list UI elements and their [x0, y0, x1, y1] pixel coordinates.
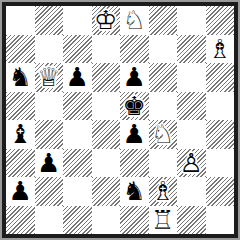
square-b4[interactable] [35, 120, 64, 149]
square-b2[interactable] [35, 177, 64, 206]
piece-black-knight[interactable]: ♞ [9, 63, 32, 91]
square-b8[interactable] [35, 6, 64, 35]
square-c4[interactable] [63, 120, 92, 149]
piece-black-pawn[interactable]: ♟ [123, 120, 146, 148]
square-d2[interactable] [92, 177, 121, 206]
square-h2[interactable] [206, 177, 235, 206]
square-h3[interactable] [206, 149, 235, 178]
piece-black-bishop[interactable]: ♝ [9, 120, 32, 148]
square-e4[interactable]: ♟ [120, 120, 149, 149]
square-e2[interactable]: ♞ [120, 177, 149, 206]
square-a8[interactable] [6, 6, 35, 35]
square-h8[interactable] [206, 6, 235, 35]
square-e8[interactable]: ♘ [120, 6, 149, 35]
piece-white-pawn[interactable]: ♙ [180, 149, 203, 177]
square-e1[interactable] [120, 206, 149, 235]
piece-white-knight[interactable]: ♘ [123, 6, 146, 34]
square-f3[interactable] [149, 149, 178, 178]
square-g8[interactable] [177, 6, 206, 35]
piece-white-knight[interactable]: ♘ [151, 120, 174, 148]
square-a7[interactable] [6, 35, 35, 64]
square-g7[interactable] [177, 35, 206, 64]
square-h1[interactable] [206, 206, 235, 235]
square-g2[interactable] [177, 177, 206, 206]
square-c3[interactable] [63, 149, 92, 178]
piece-black-pawn[interactable]: ♟ [9, 177, 32, 205]
board-frame: ♔♘♗♞♕♟♟♚♝♟♘♟♙♟♞♗♖ [0, 0, 240, 240]
square-a1[interactable] [6, 206, 35, 235]
square-a4[interactable]: ♝ [6, 120, 35, 149]
piece-white-bishop[interactable]: ♗ [151, 177, 174, 205]
square-c6[interactable]: ♟ [63, 63, 92, 92]
piece-black-pawn[interactable]: ♟ [123, 63, 146, 91]
square-f6[interactable] [149, 63, 178, 92]
square-e6[interactable]: ♟ [120, 63, 149, 92]
square-a3[interactable] [6, 149, 35, 178]
square-f8[interactable] [149, 6, 178, 35]
square-c5[interactable] [63, 92, 92, 121]
square-d4[interactable] [92, 120, 121, 149]
piece-black-king[interactable]: ♚ [123, 92, 146, 120]
chess-board: ♔♘♗♞♕♟♟♚♝♟♘♟♙♟♞♗♖ [6, 6, 234, 234]
square-e7[interactable] [120, 35, 149, 64]
square-c7[interactable] [63, 35, 92, 64]
square-c8[interactable] [63, 6, 92, 35]
piece-black-pawn[interactable]: ♟ [66, 63, 89, 91]
square-b7[interactable] [35, 35, 64, 64]
square-g3[interactable]: ♙ [177, 149, 206, 178]
square-a6[interactable]: ♞ [6, 63, 35, 92]
square-a5[interactable] [6, 92, 35, 121]
square-f2[interactable]: ♗ [149, 177, 178, 206]
square-d7[interactable] [92, 35, 121, 64]
square-g1[interactable] [177, 206, 206, 235]
piece-white-bishop[interactable]: ♗ [208, 35, 231, 63]
square-d8[interactable]: ♔ [92, 6, 121, 35]
square-h5[interactable] [206, 92, 235, 121]
square-g6[interactable] [177, 63, 206, 92]
square-e3[interactable] [120, 149, 149, 178]
square-b6[interactable]: ♕ [35, 63, 64, 92]
square-f5[interactable] [149, 92, 178, 121]
square-f1[interactable]: ♖ [149, 206, 178, 235]
square-d5[interactable] [92, 92, 121, 121]
piece-white-king[interactable]: ♔ [94, 6, 117, 34]
piece-black-knight[interactable]: ♞ [123, 177, 146, 205]
piece-white-rook[interactable]: ♖ [151, 206, 174, 234]
square-c2[interactable] [63, 177, 92, 206]
square-f4[interactable]: ♘ [149, 120, 178, 149]
square-h6[interactable] [206, 63, 235, 92]
square-f7[interactable] [149, 35, 178, 64]
square-a2[interactable]: ♟ [6, 177, 35, 206]
square-h7[interactable]: ♗ [206, 35, 235, 64]
square-d6[interactable] [92, 63, 121, 92]
piece-black-pawn[interactable]: ♟ [37, 149, 60, 177]
square-b3[interactable]: ♟ [35, 149, 64, 178]
square-e5[interactable]: ♚ [120, 92, 149, 121]
square-d1[interactable] [92, 206, 121, 235]
square-g4[interactable] [177, 120, 206, 149]
square-b1[interactable] [35, 206, 64, 235]
square-d3[interactable] [92, 149, 121, 178]
square-c1[interactable] [63, 206, 92, 235]
square-g5[interactable] [177, 92, 206, 121]
square-h4[interactable] [206, 120, 235, 149]
square-b5[interactable] [35, 92, 64, 121]
piece-white-queen[interactable]: ♕ [37, 63, 60, 91]
